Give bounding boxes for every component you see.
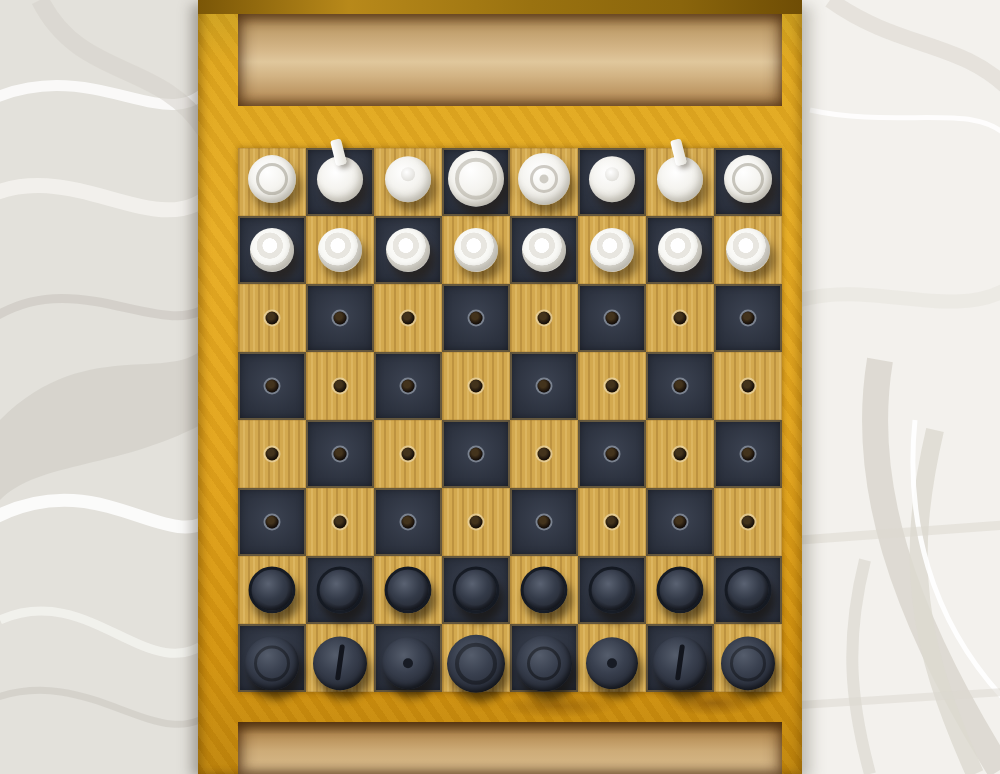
- peg-hole: [470, 448, 483, 461]
- white-bishop[interactable]: [385, 156, 431, 202]
- square-r4-c1[interactable]: [238, 352, 306, 420]
- square-r6-c2[interactable]: [306, 488, 374, 556]
- square-r3-c2[interactable]: [306, 284, 374, 352]
- peg-hole: [470, 312, 483, 325]
- peg-hole: [334, 448, 347, 461]
- square-r8-c3[interactable]: [374, 624, 442, 692]
- white-pawn[interactable]: [386, 228, 430, 272]
- square-r1-c7[interactable]: [646, 148, 714, 216]
- peg-hole: [674, 448, 687, 461]
- white-pawn[interactable]: [318, 228, 362, 272]
- peg-hole: [334, 312, 347, 325]
- peg-hole: [334, 380, 347, 393]
- wooden-chess-box: [198, 0, 802, 774]
- peg-hole: [402, 448, 415, 461]
- peg-hole: [606, 312, 619, 325]
- black-pawn[interactable]: [317, 567, 364, 614]
- square-r8-c1[interactable]: [238, 624, 306, 692]
- black-queen[interactable]: [447, 635, 505, 693]
- piece-tray-top: [238, 14, 782, 106]
- square-r1-c6[interactable]: [578, 148, 646, 216]
- square-r7-c1[interactable]: [238, 556, 306, 624]
- square-r5-c2[interactable]: [306, 420, 374, 488]
- square-r8-c8[interactable]: [714, 624, 782, 692]
- square-r7-c7[interactable]: [646, 556, 714, 624]
- square-r6-c8[interactable]: [714, 488, 782, 556]
- white-pawn[interactable]: [454, 228, 498, 272]
- white-rook[interactable]: [724, 155, 772, 203]
- square-r7-c4[interactable]: [442, 556, 510, 624]
- white-queen[interactable]: [448, 151, 504, 207]
- square-r4-c6[interactable]: [578, 352, 646, 420]
- black-rook[interactable]: [245, 636, 299, 690]
- white-rook[interactable]: [248, 155, 296, 203]
- square-r1-c3[interactable]: [374, 148, 442, 216]
- white-pawn[interactable]: [726, 228, 770, 272]
- square-r5-c5[interactable]: [510, 420, 578, 488]
- square-r7-c6[interactable]: [578, 556, 646, 624]
- square-r3-c4[interactable]: [442, 284, 510, 352]
- black-pawn[interactable]: [589, 567, 636, 614]
- square-r6-c5[interactable]: [510, 488, 578, 556]
- black-pawn[interactable]: [385, 567, 432, 614]
- white-pawn[interactable]: [658, 228, 702, 272]
- travel-chess-photo: [0, 0, 1000, 774]
- square-r5-c1[interactable]: [238, 420, 306, 488]
- square-r4-c5[interactable]: [510, 352, 578, 420]
- peg-hole: [266, 312, 279, 325]
- square-r7-c5[interactable]: [510, 556, 578, 624]
- peg-hole: [266, 448, 279, 461]
- square-r4-c2[interactable]: [306, 352, 374, 420]
- white-pawn[interactable]: [590, 228, 634, 272]
- black-pawn[interactable]: [249, 567, 296, 614]
- square-r5-c8[interactable]: [714, 420, 782, 488]
- square-r8-c5[interactable]: [510, 624, 578, 692]
- square-r8-c7[interactable]: [646, 624, 714, 692]
- square-r1-c1[interactable]: [238, 148, 306, 216]
- white-bishop[interactable]: [589, 156, 635, 202]
- chess-board[interactable]: [238, 148, 782, 692]
- square-r5-c3[interactable]: [374, 420, 442, 488]
- box-top-edge: [198, 0, 802, 14]
- square-r2-c4[interactable]: [442, 216, 510, 284]
- square-r7-c3[interactable]: [374, 556, 442, 624]
- peg-hole: [538, 516, 551, 529]
- square-r6-c4[interactable]: [442, 488, 510, 556]
- peg-hole: [742, 516, 755, 529]
- peg-hole: [606, 448, 619, 461]
- square-r1-c5[interactable]: [510, 148, 578, 216]
- peg-hole: [742, 312, 755, 325]
- square-r2-c6[interactable]: [578, 216, 646, 284]
- square-r7-c8[interactable]: [714, 556, 782, 624]
- black-pawn[interactable]: [453, 567, 500, 614]
- square-r5-c6[interactable]: [578, 420, 646, 488]
- black-pawn[interactable]: [725, 567, 772, 614]
- square-r4-c7[interactable]: [646, 352, 714, 420]
- square-r2-c7[interactable]: [646, 216, 714, 284]
- black-rook[interactable]: [721, 636, 775, 690]
- square-r4-c4[interactable]: [442, 352, 510, 420]
- white-pawn[interactable]: [250, 228, 294, 272]
- peg-hole: [538, 448, 551, 461]
- square-r2-c3[interactable]: [374, 216, 442, 284]
- square-r3-c1[interactable]: [238, 284, 306, 352]
- peg-hole: [470, 516, 483, 529]
- peg-hole: [538, 312, 551, 325]
- square-r3-c5[interactable]: [510, 284, 578, 352]
- black-pawn[interactable]: [521, 567, 568, 614]
- peg-hole: [402, 380, 415, 393]
- square-r6-c3[interactable]: [374, 488, 442, 556]
- square-r4-c3[interactable]: [374, 352, 442, 420]
- black-knight[interactable]: [313, 636, 367, 690]
- square-r3-c7[interactable]: [646, 284, 714, 352]
- peg-hole: [742, 380, 755, 393]
- square-r8-c2[interactable]: [306, 624, 374, 692]
- square-r2-c5[interactable]: [510, 216, 578, 284]
- square-r7-c2[interactable]: [306, 556, 374, 624]
- peg-hole: [334, 516, 347, 529]
- square-r6-c1[interactable]: [238, 488, 306, 556]
- black-pawn[interactable]: [657, 567, 704, 614]
- peg-hole: [402, 516, 415, 529]
- peg-hole: [606, 380, 619, 393]
- square-r2-c2[interactable]: [306, 216, 374, 284]
- square-r5-c4[interactable]: [442, 420, 510, 488]
- peg-hole: [470, 380, 483, 393]
- peg-hole: [674, 312, 687, 325]
- square-r6-c7[interactable]: [646, 488, 714, 556]
- white-knight[interactable]: [317, 156, 363, 202]
- square-r1-c2[interactable]: [306, 148, 374, 216]
- peg-hole: [674, 516, 687, 529]
- square-r8-c6[interactable]: [578, 624, 646, 692]
- square-r6-c6[interactable]: [578, 488, 646, 556]
- peg-hole: [266, 516, 279, 529]
- square-r2-c8[interactable]: [714, 216, 782, 284]
- square-r5-c7[interactable]: [646, 420, 714, 488]
- black-knight[interactable]: [653, 636, 707, 690]
- peg-hole: [266, 380, 279, 393]
- square-r3-c3[interactable]: [374, 284, 442, 352]
- peg-hole: [674, 380, 687, 393]
- square-r8-c4[interactable]: [442, 624, 510, 692]
- black-bishop[interactable]: [382, 637, 434, 689]
- square-r1-c8[interactable]: [714, 148, 782, 216]
- white-knight[interactable]: [657, 156, 703, 202]
- white-pawn[interactable]: [522, 228, 566, 272]
- peg-hole: [742, 448, 755, 461]
- square-r2-c1[interactable]: [238, 216, 306, 284]
- square-r4-c8[interactable]: [714, 352, 782, 420]
- peg-hole: [606, 516, 619, 529]
- wood-stain: [498, 694, 618, 718]
- piece-tray-bottom: [238, 722, 782, 774]
- peg-hole: [402, 312, 415, 325]
- square-r3-c8[interactable]: [714, 284, 782, 352]
- wood-stain: [668, 690, 758, 716]
- black-bishop[interactable]: [586, 637, 638, 689]
- black-king[interactable]: [516, 636, 572, 692]
- white-king[interactable]: [518, 153, 570, 205]
- square-r1-c4[interactable]: [442, 148, 510, 216]
- square-r3-c6[interactable]: [578, 284, 646, 352]
- peg-hole: [538, 380, 551, 393]
